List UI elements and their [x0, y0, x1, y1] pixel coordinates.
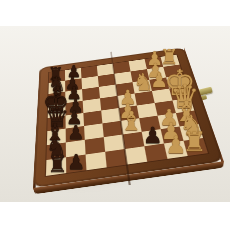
square-a8: [46, 157, 66, 176]
square-d7: [66, 113, 85, 129]
square-d6: [83, 111, 102, 126]
square-a3: [144, 144, 167, 162]
square-b1: [180, 124, 204, 141]
square-d1: [172, 98, 194, 113]
square-d8: [47, 116, 65, 132]
square-b8: [46, 142, 66, 160]
square-d2: [155, 100, 176, 115]
board-rotation-wrapper: [25, 14, 212, 201]
square-c7: [66, 126, 85, 142]
square-c1: [176, 110, 199, 126]
square-c2: [158, 113, 180, 129]
square-a6: [86, 152, 107, 170]
square-b2: [161, 126, 184, 143]
square-a4: [125, 146, 147, 164]
square-c4: [121, 118, 142, 134]
board-perspective-wrapper: [25, 14, 212, 201]
square-b5: [104, 134, 125, 151]
travel-chess-set-photo: ♜♟♟♜♞♟♟♝♟♞♟♚♟♟♚♛♟♟♛♝♟♝♟♝♞♟♟♞♜♟♟♜: [0, 0, 230, 230]
square-b7: [66, 140, 86, 157]
square-c3: [139, 116, 160, 132]
square-d5: [101, 108, 121, 123]
square-a2: [164, 141, 188, 159]
square-a7: [66, 155, 86, 174]
square-c5: [102, 121, 122, 137]
square-c6: [84, 123, 104, 139]
square-a1: [184, 138, 208, 156]
square-d3: [137, 103, 158, 118]
square-a5: [105, 149, 127, 167]
square-c8: [47, 129, 66, 146]
chess-board: [33, 47, 224, 188]
square-b6: [85, 137, 105, 154]
square-d4: [119, 105, 139, 120]
square-b3: [142, 129, 164, 146]
board-squares: [46, 55, 208, 176]
square-b4: [123, 132, 145, 149]
